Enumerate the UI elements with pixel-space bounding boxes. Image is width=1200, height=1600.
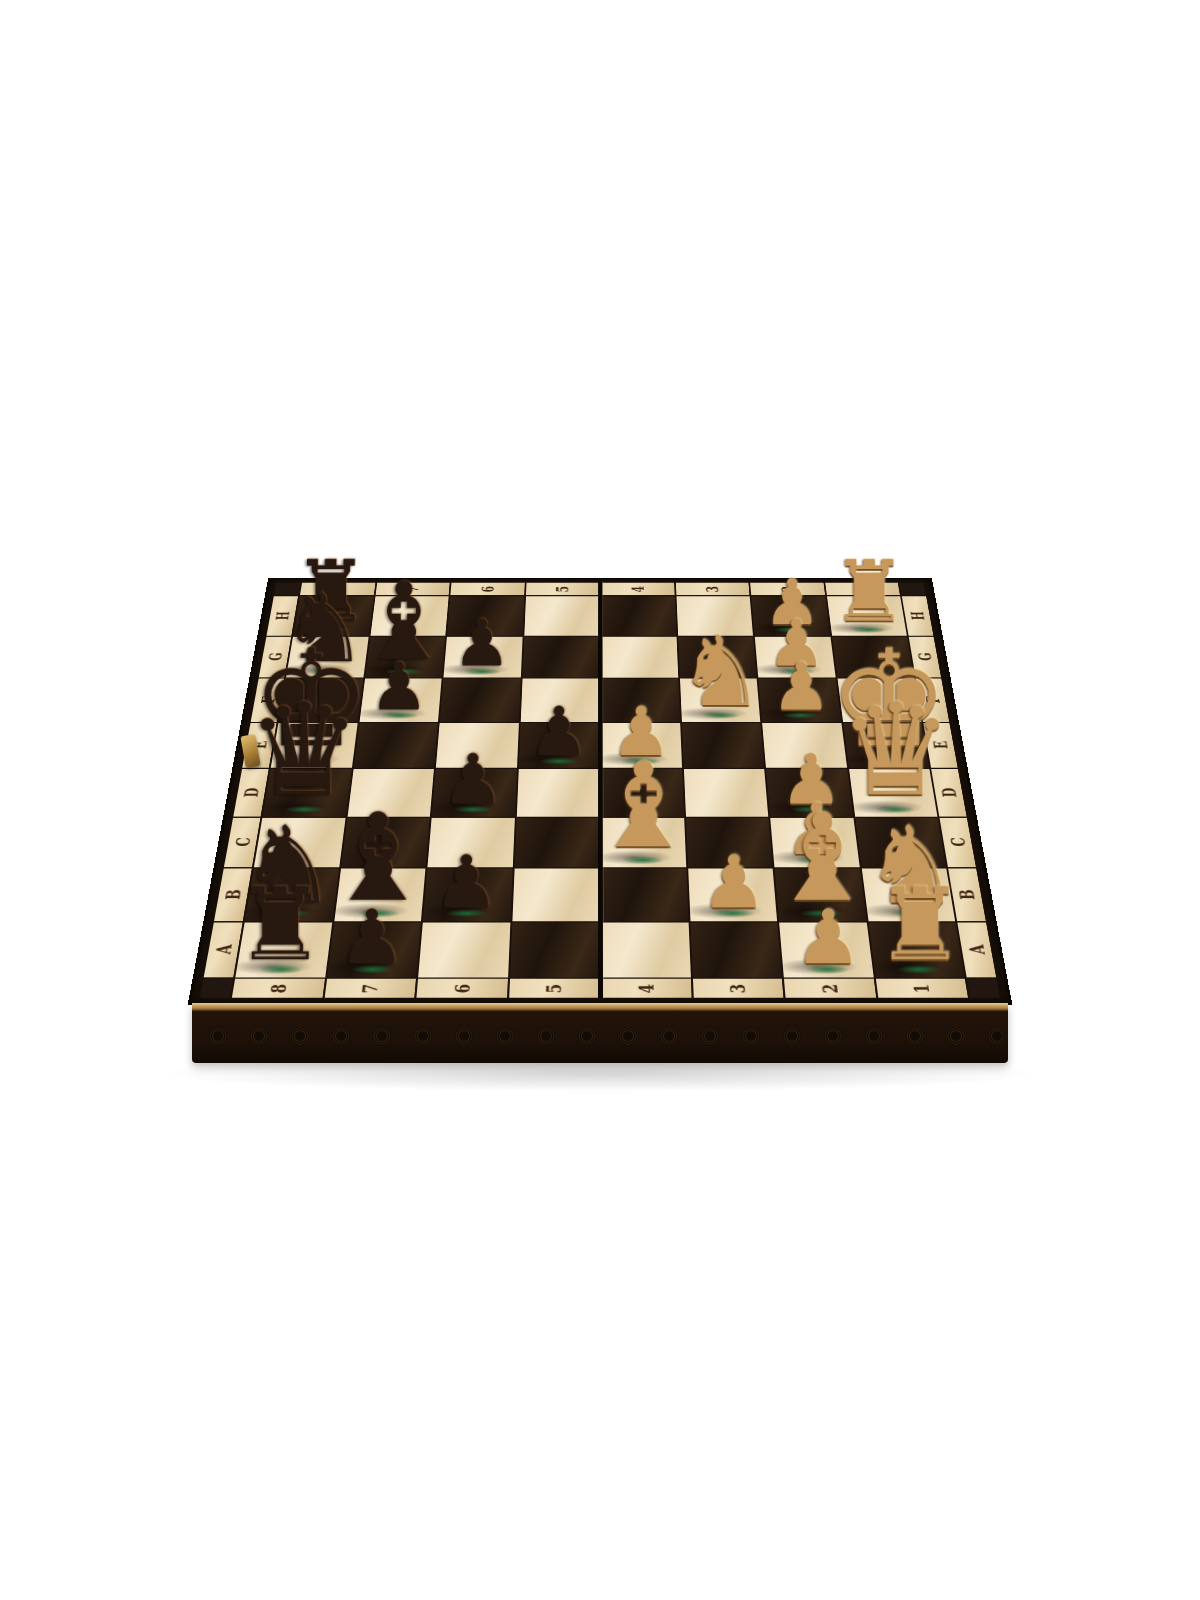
square-b4[interactable]	[601, 868, 688, 921]
rank-label-near-7: 7	[324, 979, 416, 998]
frame-corner	[200, 979, 233, 998]
file-label-text: E	[929, 741, 952, 749]
floor-shadow	[167, 1057, 1033, 1091]
file-label-text: H	[906, 611, 928, 620]
square-b5[interactable]	[512, 868, 599, 921]
piece-bP-f7[interactable]: ♟	[369, 654, 428, 720]
rank-label-text: 5	[552, 586, 572, 592]
piece-wP-a2[interactable]: ♟	[795, 900, 862, 975]
piece-bP-g6[interactable]: ♟	[453, 611, 511, 676]
square-c4[interactable]: ♝	[601, 817, 686, 867]
piece-bP-a7[interactable]: ♟	[338, 900, 405, 975]
photo-scene: 87654321H♜♟♜HG♞♝♟♟GF♟♞♟FE♚♟♟♚ED♛♟♟♛DC♝♟C…	[0, 0, 1200, 1600]
file-label-text: F	[256, 696, 279, 703]
square-a4[interactable]	[601, 922, 690, 977]
square-e5[interactable]: ♟	[518, 723, 599, 768]
file-label-text: B	[954, 889, 980, 899]
rank-label-text: 2	[817, 984, 843, 993]
square-h4[interactable]	[601, 596, 676, 635]
square-g4[interactable]	[601, 636, 678, 677]
rank-label-text: 7	[402, 586, 423, 592]
file-label-text: D	[239, 788, 263, 798]
piece-bP-b6[interactable]: ♟	[434, 846, 500, 919]
file-label-text: F	[921, 696, 944, 703]
rank-label-text: 8	[265, 984, 291, 993]
file-label-text: D	[937, 788, 961, 798]
square-a6[interactable]	[418, 922, 510, 977]
box-front-edge	[192, 1003, 1008, 1063]
rank-label-text: 1	[908, 984, 934, 993]
rank-label-text: 8	[327, 586, 348, 592]
piece-wN-f3[interactable]: ♞	[677, 622, 764, 719]
rank-label-text: 4	[633, 984, 658, 993]
file-label-text: A	[963, 945, 989, 955]
rank-label-text: 7	[357, 984, 383, 993]
square-d5[interactable]	[516, 769, 599, 816]
chess-set: 87654321H♜♟♜HG♞♝♟♟GF♟♞♟FE♚♟♟♚ED♛♟♟♛DC♝♟C…	[191, 185, 1009, 1095]
square-a7[interactable]: ♟	[327, 922, 421, 977]
rank-label-text: 3	[702, 586, 723, 592]
frame-corner	[967, 979, 1000, 998]
rank-label-text: 1	[852, 586, 873, 592]
rank-label-near-4: 4	[601, 979, 691, 998]
rank-label-near-5: 5	[509, 979, 599, 998]
rank-label-near-6: 6	[416, 979, 507, 998]
square-d6[interactable]: ♟	[432, 769, 517, 816]
file-label-text: G	[914, 653, 936, 661]
rank-label-near-1: 1	[875, 979, 968, 998]
square-a3[interactable]	[690, 922, 782, 977]
square-f7[interactable]: ♟	[359, 679, 442, 722]
box-light-strip	[192, 1003, 1008, 1011]
rank-label-far-5: 5	[526, 583, 600, 596]
rank-label-text: 6	[477, 586, 498, 592]
piece-wB-c4[interactable]: ♝	[590, 747, 696, 865]
piece-wR-a1[interactable]: ♜	[874, 874, 964, 975]
rank-label-text: 6	[449, 984, 474, 993]
square-g6[interactable]: ♟	[443, 636, 522, 677]
square-h5[interactable]	[524, 596, 599, 635]
square-a1[interactable]: ♜	[868, 922, 965, 977]
file-label-text: B	[220, 889, 246, 899]
rank-label-far-4: 4	[601, 583, 675, 596]
rank-label-text: 3	[725, 984, 750, 993]
piece-wP-b3[interactable]: ♟	[701, 846, 767, 919]
rank-label-text: 2	[777, 586, 798, 592]
square-c5[interactable]	[514, 817, 599, 867]
rank-label-far-3: 3	[675, 583, 749, 596]
rank-label-text: 4	[627, 586, 647, 592]
square-b3[interactable]: ♟	[688, 868, 777, 921]
square-a2[interactable]: ♟	[779, 922, 873, 977]
carved-rosette-pattern	[198, 1016, 1002, 1056]
rank-label-near-3: 3	[692, 979, 783, 998]
rank-label-near-8: 8	[232, 979, 325, 998]
square-a5[interactable]	[510, 922, 599, 977]
file-label-text: G	[264, 653, 286, 661]
rank-label-near-2: 2	[784, 979, 876, 998]
square-a8[interactable]: ♜	[235, 922, 332, 977]
file-label-text: H	[271, 611, 293, 620]
rank-label-text: 5	[542, 984, 567, 993]
piece-bR-a8[interactable]: ♜	[235, 874, 325, 975]
square-g5[interactable]	[522, 636, 599, 677]
piece-bP-d6[interactable]: ♟	[442, 745, 504, 814]
square-d3[interactable]	[683, 769, 768, 816]
square-f3[interactable]: ♞	[680, 679, 761, 722]
piece-wP-f2[interactable]: ♟	[772, 654, 831, 720]
file-label-text: A	[210, 945, 236, 955]
piece-bP-e5[interactable]: ♟	[528, 698, 589, 766]
file-label-text: C	[230, 837, 255, 846]
file-label-text: C	[945, 837, 970, 846]
square-b6[interactable]: ♟	[423, 868, 512, 921]
square-f6[interactable]	[440, 679, 521, 722]
chess-board: 87654321H♜♟♜HG♞♝♟♟GF♟♞♟FE♚♟♟♚ED♛♟♟♛DC♝♟C…	[191, 579, 1009, 1003]
rank-label-far-6: 6	[450, 583, 524, 596]
